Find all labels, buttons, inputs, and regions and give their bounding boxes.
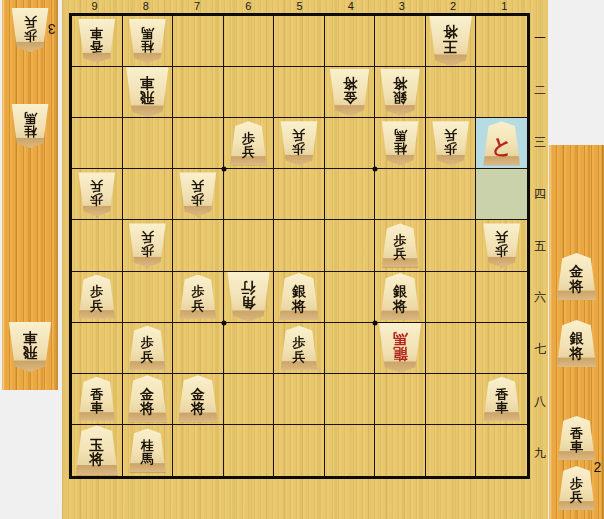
square-8-2[interactable]: 飛車 bbox=[123, 67, 174, 118]
piece-kanji: 歩兵 bbox=[141, 230, 154, 257]
square-3-5[interactable]: 歩兵 bbox=[375, 220, 426, 271]
square-4-5[interactable] bbox=[325, 220, 376, 271]
square-7-3[interactable] bbox=[173, 118, 224, 169]
square-4-7[interactable] bbox=[325, 323, 376, 374]
piece-kanji: 金将 bbox=[191, 387, 205, 416]
shogi-piece-sente-歩兵[interactable]: 歩兵 bbox=[279, 326, 318, 370]
rank-label-4: 四 bbox=[532, 168, 548, 220]
rank-label-8: 八 bbox=[532, 375, 548, 427]
square-6-1[interactable] bbox=[224, 16, 275, 67]
square-3-8[interactable] bbox=[375, 374, 426, 425]
square-4-8[interactable] bbox=[325, 374, 376, 425]
piece-kanji: 桂馬 bbox=[141, 26, 154, 53]
square-6-4[interactable] bbox=[224, 169, 275, 220]
piece-kanji: 飛車 bbox=[23, 330, 38, 360]
square-1-6[interactable] bbox=[476, 272, 527, 323]
rank-label-1: 一 bbox=[532, 13, 548, 65]
shogi-piece-gote-歩兵[interactable]: 歩兵 bbox=[279, 121, 318, 165]
square-6-3[interactable]: 歩兵 bbox=[224, 118, 275, 169]
shogi-piece-sente-歩兵[interactable]: 歩兵 bbox=[128, 326, 167, 370]
shogi-piece-sente-歩兵[interactable]: 歩兵 bbox=[229, 121, 268, 165]
square-6-6[interactable]: 角行 bbox=[224, 272, 275, 323]
gote-captured-stand: 歩兵3桂馬飛車 bbox=[2, 0, 58, 390]
piece-kanji: 桂馬 bbox=[24, 111, 37, 138]
piece-kanji: 香車 bbox=[90, 26, 103, 53]
gote-hand-桂馬[interactable]: 桂馬 bbox=[2, 104, 58, 148]
shogi-piece-sente-歩兵[interactable]: 歩兵 bbox=[381, 223, 420, 267]
square-1-8[interactable]: 香車 bbox=[476, 374, 527, 425]
piece-kanji: 歩兵 bbox=[394, 234, 407, 261]
piece-kanji: 歩兵 bbox=[141, 336, 154, 363]
shogi-piece-gote-歩兵[interactable]: 歩兵 bbox=[431, 121, 470, 165]
rank-labels: 一二三四五六七八九 bbox=[532, 13, 548, 479]
square-6-5[interactable] bbox=[224, 220, 275, 271]
square-7-8[interactable]: 金将 bbox=[173, 374, 224, 425]
square-7-2[interactable] bbox=[173, 67, 224, 118]
piece-kanji: 龍馬 bbox=[393, 331, 408, 361]
square-1-9[interactable] bbox=[476, 425, 527, 476]
piece-kanji: 歩兵 bbox=[191, 285, 204, 312]
file-label-2: 2 bbox=[428, 0, 479, 13]
sente-hand-歩兵[interactable]: 歩兵2 bbox=[549, 466, 604, 510]
hoshi-dot bbox=[373, 320, 378, 325]
gote-hand-歩兵[interactable]: 歩兵3 bbox=[2, 8, 58, 52]
piece-kanji: 香車 bbox=[90, 388, 103, 415]
piece-kanji: 歩兵 bbox=[292, 336, 305, 363]
rank-label-3: 三 bbox=[532, 117, 548, 169]
file-label-1: 1 bbox=[479, 0, 530, 13]
square-7-6[interactable]: 歩兵 bbox=[173, 272, 224, 323]
piece-kanji: 玉将 bbox=[90, 438, 105, 468]
board-panel: 987654321 香車桂馬王将飛車金将銀将歩兵歩兵桂馬歩兵と歩兵歩兵歩兵歩兵歩… bbox=[62, 0, 548, 519]
shogi-piece-sente-歩兵[interactable]: 歩兵 bbox=[557, 466, 596, 510]
hoshi-dot bbox=[373, 167, 378, 172]
shogi-piece-gote-角行[interactable]: 角行 bbox=[226, 272, 271, 322]
shogi-piece-sente-歩兵[interactable]: 歩兵 bbox=[77, 275, 116, 319]
square-2-9[interactable] bbox=[426, 425, 477, 476]
shogi-piece-sente-金将[interactable]: 金将 bbox=[126, 375, 168, 422]
square-7-4[interactable]: 歩兵 bbox=[173, 169, 224, 220]
shogi-piece-sente-香車[interactable]: 香車 bbox=[77, 377, 116, 421]
square-9-1[interactable]: 香車 bbox=[72, 16, 123, 67]
square-5-9[interactable] bbox=[274, 425, 325, 476]
shogi-piece-gote-香車[interactable]: 香車 bbox=[77, 19, 116, 63]
square-2-8[interactable] bbox=[426, 374, 477, 425]
square-9-7[interactable] bbox=[72, 323, 123, 374]
piece-kanji: と bbox=[491, 135, 513, 156]
sente-hand-香車[interactable]: 香車 bbox=[549, 416, 604, 460]
shogi-piece-gote-銀将[interactable]: 銀将 bbox=[379, 69, 421, 116]
file-label-9: 9 bbox=[69, 0, 120, 13]
shogi-piece-sente-銀将[interactable]: 銀将 bbox=[278, 273, 320, 320]
rank-label-2: 二 bbox=[532, 65, 548, 117]
shogi-piece-sente-金将[interactable]: 金将 bbox=[556, 253, 598, 300]
square-4-3[interactable] bbox=[325, 118, 376, 169]
shogi-piece-gote-金将[interactable]: 金将 bbox=[329, 69, 371, 116]
square-9-3[interactable] bbox=[72, 118, 123, 169]
square-5-7[interactable]: 歩兵 bbox=[274, 323, 325, 374]
shogi-board: 香車桂馬王将飛車金将銀将歩兵歩兵桂馬歩兵と歩兵歩兵歩兵歩兵歩兵歩兵歩兵角行銀将銀… bbox=[69, 13, 530, 479]
square-2-4[interactable] bbox=[426, 169, 477, 220]
square-8-9[interactable]: 桂馬 bbox=[123, 425, 174, 476]
piece-kanji: 桂馬 bbox=[394, 128, 407, 155]
square-9-6[interactable]: 歩兵 bbox=[72, 272, 123, 323]
file-label-7: 7 bbox=[171, 0, 222, 13]
square-2-1[interactable]: 王将 bbox=[426, 16, 477, 67]
piece-kanji: 銀将 bbox=[393, 284, 407, 313]
square-1-3[interactable]: と bbox=[476, 118, 527, 169]
square-8-5[interactable]: 歩兵 bbox=[123, 220, 174, 271]
square-7-5[interactable] bbox=[173, 220, 224, 271]
square-2-5[interactable] bbox=[426, 220, 477, 271]
square-4-9[interactable] bbox=[325, 425, 376, 476]
piece-kanji: 歩兵 bbox=[444, 128, 457, 155]
piece-kanji: 歩兵 bbox=[90, 179, 103, 206]
piece-kanji: 香車 bbox=[495, 388, 508, 415]
shogi-piece-sente-歩兵[interactable]: 歩兵 bbox=[178, 275, 217, 319]
square-4-2[interactable]: 金将 bbox=[325, 67, 376, 118]
shogi-piece-sente-玉将[interactable]: 玉将 bbox=[74, 425, 119, 475]
square-9-2[interactable] bbox=[72, 67, 123, 118]
shogi-piece-sente-銀将[interactable]: 銀将 bbox=[379, 273, 421, 320]
piece-kanji: 歩兵 bbox=[191, 179, 204, 206]
square-9-9[interactable]: 玉将 bbox=[72, 425, 123, 476]
piece-kanji: 歩兵 bbox=[24, 15, 37, 42]
gote-hand-飛車[interactable]: 飛車 bbox=[2, 322, 58, 372]
sente-captured-stand: 金将銀将香車歩兵2 bbox=[549, 145, 604, 519]
piece-kanji: 金将 bbox=[570, 264, 584, 293]
piece-kanji: 王将 bbox=[443, 24, 458, 54]
square-3-4[interactable] bbox=[375, 169, 426, 220]
piece-kanji: 歩兵 bbox=[570, 477, 583, 504]
square-6-7[interactable] bbox=[224, 323, 275, 374]
square-6-8[interactable] bbox=[224, 374, 275, 425]
shogi-piece-gote-歩兵[interactable]: 歩兵 bbox=[128, 223, 167, 267]
square-4-1[interactable] bbox=[325, 16, 376, 67]
hoshi-dot bbox=[221, 320, 226, 325]
square-2-3[interactable]: 歩兵 bbox=[426, 118, 477, 169]
shogi-piece-gote-飛車[interactable]: 飛車 bbox=[125, 67, 170, 117]
piece-kanji: 銀将 bbox=[292, 284, 306, 313]
shogi-piece-sente-銀将[interactable]: 銀将 bbox=[556, 320, 598, 367]
shogi-piece-gote-龍馬[interactable]: 龍馬 bbox=[378, 323, 423, 373]
square-9-8[interactable]: 香車 bbox=[72, 374, 123, 425]
square-1-1[interactable] bbox=[476, 16, 527, 67]
square-3-3[interactable]: 桂馬 bbox=[375, 118, 426, 169]
square-6-2[interactable] bbox=[224, 67, 275, 118]
square-3-7[interactable]: 龍馬 bbox=[375, 323, 426, 374]
piece-kanji: 歩兵 bbox=[242, 132, 255, 159]
file-label-6: 6 bbox=[223, 0, 274, 13]
shogi-piece-sente-と[interactable]: と bbox=[482, 121, 521, 165]
square-1-2[interactable] bbox=[476, 67, 527, 118]
piece-kanji: 飛車 bbox=[140, 75, 155, 105]
piece-kanji: 銀将 bbox=[570, 331, 584, 360]
piece-kanji: 金将 bbox=[343, 76, 357, 105]
file-labels: 987654321 bbox=[69, 0, 530, 13]
shogi-piece-sente-香車[interactable]: 香車 bbox=[482, 377, 521, 421]
square-8-8[interactable]: 金将 bbox=[123, 374, 174, 425]
piece-kanji: 金将 bbox=[140, 387, 154, 416]
square-9-4[interactable]: 歩兵 bbox=[72, 169, 123, 220]
shogi-piece-gote-飛車[interactable]: 飛車 bbox=[8, 322, 53, 372]
square-1-5[interactable]: 歩兵 bbox=[476, 220, 527, 271]
sente-hand-金将[interactable]: 金将 bbox=[549, 253, 604, 300]
square-2-7[interactable] bbox=[426, 323, 477, 374]
file-label-5: 5 bbox=[274, 0, 325, 13]
square-5-1[interactable] bbox=[274, 16, 325, 67]
square-5-3[interactable]: 歩兵 bbox=[274, 118, 325, 169]
square-5-4[interactable] bbox=[274, 169, 325, 220]
piece-kanji: 桂馬 bbox=[141, 439, 154, 466]
square-5-8[interactable] bbox=[274, 374, 325, 425]
shogi-piece-gote-歩兵[interactable]: 歩兵 bbox=[77, 172, 116, 216]
rank-label-5: 五 bbox=[532, 220, 548, 272]
square-8-1[interactable]: 桂馬 bbox=[123, 16, 174, 67]
shogi-piece-sente-桂馬[interactable]: 桂馬 bbox=[128, 428, 167, 472]
square-3-2[interactable]: 銀将 bbox=[375, 67, 426, 118]
shogi-piece-gote-歩兵[interactable]: 歩兵 bbox=[482, 223, 521, 267]
shogi-piece-sente-金将[interactable]: 金将 bbox=[177, 375, 219, 422]
piece-kanji: 歩兵 bbox=[90, 285, 103, 312]
sente-hand-銀将[interactable]: 銀将 bbox=[549, 320, 604, 367]
square-8-7[interactable]: 歩兵 bbox=[123, 323, 174, 374]
square-6-9[interactable] bbox=[224, 425, 275, 476]
sente-hand-count: 2 bbox=[594, 459, 602, 475]
square-8-6[interactable] bbox=[123, 272, 174, 323]
piece-kanji: 歩兵 bbox=[495, 230, 508, 257]
piece-kanji: 角行 bbox=[241, 280, 256, 310]
square-5-5[interactable] bbox=[274, 220, 325, 271]
square-3-6[interactable]: 銀将 bbox=[375, 272, 426, 323]
shogi-piece-gote-王将[interactable]: 王将 bbox=[428, 16, 473, 66]
square-2-6[interactable] bbox=[426, 272, 477, 323]
square-7-1[interactable] bbox=[173, 16, 224, 67]
rank-label-9: 九 bbox=[532, 427, 548, 479]
square-3-9[interactable] bbox=[375, 425, 426, 476]
piece-kanji: 銀将 bbox=[393, 76, 407, 105]
square-5-6[interactable]: 銀将 bbox=[274, 272, 325, 323]
shogi-piece-gote-歩兵[interactable]: 歩兵 bbox=[178, 172, 217, 216]
shogi-piece-gote-桂馬[interactable]: 桂馬 bbox=[381, 121, 420, 165]
piece-kanji: 歩兵 bbox=[292, 128, 305, 155]
square-1-4[interactable] bbox=[476, 169, 527, 220]
shogi-piece-sente-香車[interactable]: 香車 bbox=[557, 416, 596, 460]
square-5-2[interactable] bbox=[274, 67, 325, 118]
shogi-app: 歩兵3桂馬飛車 987654321 香車桂馬王将飛車金将銀将歩兵歩兵桂馬歩兵と歩… bbox=[0, 0, 604, 519]
piece-kanji: 香車 bbox=[570, 427, 583, 454]
file-label-8: 8 bbox=[120, 0, 171, 13]
file-label-3: 3 bbox=[376, 0, 427, 13]
square-4-4[interactable] bbox=[325, 169, 376, 220]
hoshi-dot bbox=[221, 167, 226, 172]
square-1-7[interactable] bbox=[476, 323, 527, 374]
square-7-7[interactable] bbox=[173, 323, 224, 374]
rank-label-6: 六 bbox=[532, 272, 548, 324]
rank-label-7: 七 bbox=[532, 324, 548, 376]
square-3-1[interactable] bbox=[375, 16, 426, 67]
square-8-3[interactable] bbox=[123, 118, 174, 169]
file-label-4: 4 bbox=[325, 0, 376, 13]
square-4-6[interactable] bbox=[325, 272, 376, 323]
shogi-piece-gote-桂馬[interactable]: 桂馬 bbox=[128, 19, 167, 63]
gote-hand-count: 3 bbox=[48, 21, 56, 37]
square-9-5[interactable] bbox=[72, 220, 123, 271]
square-8-4[interactable] bbox=[123, 169, 174, 220]
square-2-2[interactable] bbox=[426, 67, 477, 118]
shogi-piece-gote-歩兵[interactable]: 歩兵 bbox=[11, 8, 50, 52]
square-7-9[interactable] bbox=[173, 425, 224, 476]
shogi-piece-gote-桂馬[interactable]: 桂馬 bbox=[11, 104, 50, 148]
